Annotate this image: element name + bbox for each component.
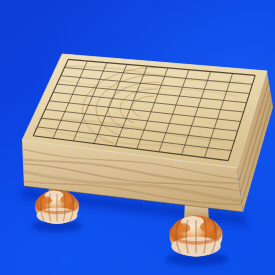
- shogi-board-photo: [0, 0, 275, 275]
- photo-backdrop: [0, 0, 275, 275]
